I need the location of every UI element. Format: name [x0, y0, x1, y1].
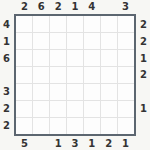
cell-r7c5[interactable]: [84, 118, 100, 134]
cell-r6c3[interactable]: [50, 101, 66, 117]
cell-r1c1[interactable]: [16, 16, 32, 32]
cell-r2c7[interactable]: [118, 33, 134, 49]
cell-r1c7[interactable]: [118, 16, 134, 32]
clue-right-1: 2: [137, 16, 150, 33]
cell-r4c2[interactable]: [33, 67, 49, 83]
clue-bottom-3: 1: [50, 137, 67, 150]
clue-top-2: 6: [33, 0, 50, 13]
left-clues: 4 1 6 3 2 2: [0, 16, 13, 134]
cell-r2c3[interactable]: [50, 33, 66, 49]
clue-top-7: 3: [117, 0, 134, 13]
cell-r1c4[interactable]: [67, 16, 83, 32]
cell-r1c5[interactable]: [84, 16, 100, 32]
cell-r7c3[interactable]: [50, 118, 66, 134]
clue-left-7: 2: [0, 117, 13, 134]
cell-r6c6[interactable]: [101, 101, 117, 117]
cell-r7c7[interactable]: [118, 118, 134, 134]
clue-top-4: 1: [67, 0, 84, 13]
cell-r3c1[interactable]: [16, 50, 32, 66]
right-clues: 2 2 1 2 1: [137, 16, 150, 134]
cell-r2c1[interactable]: [16, 33, 32, 49]
clue-left-3: 6: [0, 50, 13, 67]
cell-r5c2[interactable]: [33, 84, 49, 100]
clue-top-6: [100, 0, 117, 13]
clue-top-3: 2: [50, 0, 67, 13]
cell-r3c6[interactable]: [101, 50, 117, 66]
cell-r5c7[interactable]: [118, 84, 134, 100]
cell-r6c4[interactable]: [67, 101, 83, 117]
cell-r5c3[interactable]: [50, 84, 66, 100]
cell-r3c4[interactable]: [67, 50, 83, 66]
clue-left-4: [0, 67, 13, 84]
clue-bottom-4: 3: [67, 137, 84, 150]
cell-r2c5[interactable]: [84, 33, 100, 49]
cell-r2c6[interactable]: [101, 33, 117, 49]
cell-r1c2[interactable]: [33, 16, 49, 32]
cell-r5c1[interactable]: [16, 84, 32, 100]
cell-r6c1[interactable]: [16, 101, 32, 117]
cell-r4c1[interactable]: [16, 67, 32, 83]
cell-r2c4[interactable]: [67, 33, 83, 49]
skyscrapers-puzzle-page: 2 6 2 1 4 3 4 1 6 3 2 2 2 2 1 2 1 5 1 3 …: [0, 0, 150, 150]
clue-right-2: 2: [137, 33, 150, 50]
top-clues: 2 6 2 1 4 3: [16, 0, 134, 13]
cell-r7c6[interactable]: [101, 118, 117, 134]
cell-r4c4[interactable]: [67, 67, 83, 83]
cell-r6c5[interactable]: [84, 101, 100, 117]
cell-r3c7[interactable]: [118, 50, 134, 66]
clue-bottom-7: 1: [117, 137, 134, 150]
clue-left-2: 1: [0, 33, 13, 50]
cell-r4c7[interactable]: [118, 67, 134, 83]
clue-right-4: 2: [137, 67, 150, 84]
cell-r3c3[interactable]: [50, 50, 66, 66]
cell-r4c6[interactable]: [101, 67, 117, 83]
cell-r4c3[interactable]: [50, 67, 66, 83]
cell-r5c4[interactable]: [67, 84, 83, 100]
clue-right-6: 1: [137, 100, 150, 117]
cell-r5c6[interactable]: [101, 84, 117, 100]
bottom-clues: 5 1 3 1 2 1: [16, 137, 134, 150]
clue-bottom-2: [33, 137, 50, 150]
clue-left-5: 3: [0, 83, 13, 100]
cell-r6c2[interactable]: [33, 101, 49, 117]
clue-right-3: 1: [137, 50, 150, 67]
clue-left-6: 2: [0, 100, 13, 117]
clue-top-1: 2: [16, 0, 33, 13]
cell-r3c5[interactable]: [84, 50, 100, 66]
cell-r1c3[interactable]: [50, 16, 66, 32]
cell-r3c2[interactable]: [33, 50, 49, 66]
cell-r7c2[interactable]: [33, 118, 49, 134]
clue-left-1: 4: [0, 16, 13, 33]
clue-top-5: 4: [83, 0, 100, 13]
clue-bottom-6: 2: [100, 137, 117, 150]
cell-r2c2[interactable]: [33, 33, 49, 49]
cell-r1c6[interactable]: [101, 16, 117, 32]
clue-right-5: [137, 83, 150, 100]
cell-r4c5[interactable]: [84, 67, 100, 83]
cell-r6c7[interactable]: [118, 101, 134, 117]
cell-r5c5[interactable]: [84, 84, 100, 100]
puzzle-board: [14, 14, 136, 136]
clue-right-7: [137, 117, 150, 134]
clue-bottom-5: 1: [83, 137, 100, 150]
clue-bottom-1: 5: [16, 137, 33, 150]
cell-r7c1[interactable]: [16, 118, 32, 134]
cell-r7c4[interactable]: [67, 118, 83, 134]
